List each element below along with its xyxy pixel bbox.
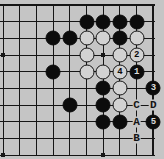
white-stone [96,31,111,46]
grid-line-vertical [3,4,4,156]
white-stone [79,48,94,63]
black-stone [129,14,144,29]
grid-line-horizontal [0,121,155,122]
star-point [1,153,5,157]
point-label-C: C [132,100,141,111]
grid-line-vertical [53,4,54,156]
white-stone [112,98,127,113]
star-point [101,53,105,57]
star-point [1,53,5,57]
black-stone [96,14,111,29]
white-stone [129,31,144,46]
grid-line-horizontal [0,138,155,139]
black-stone [46,64,61,79]
move-2-stone: 2 [129,48,144,63]
black-stone [62,31,77,46]
white-stone [112,81,127,96]
move-4-stone: 4 [112,64,127,79]
black-stone [79,14,94,29]
move-1-stone: 1 [129,64,144,79]
star-point [101,153,105,157]
grid-line-horizontal [0,88,155,89]
point-label-D: D [149,100,158,111]
black-stone [96,114,111,129]
move-3-stone: 3 [146,81,161,96]
grid-line-vertical [36,4,37,156]
point-label-B: B [132,133,141,144]
black-stone [96,98,111,113]
black-stone [96,81,111,96]
grid-line-horizontal [0,155,155,156]
white-stone [79,64,94,79]
white-stone [79,31,94,46]
board-top-edge-line [0,4,155,6]
go-board-diagram: 2413CDA5B [0,0,164,159]
black-stone [112,31,127,46]
black-stone [112,114,127,129]
white-stone [96,64,111,79]
grid-line-vertical [69,4,70,156]
black-stone [112,14,127,29]
move-5-stone: 5 [146,114,161,129]
white-stone [112,48,127,63]
black-stone [46,31,61,46]
black-stone [62,98,77,113]
point-label-A: A [132,116,141,127]
grid-line-vertical [19,4,20,156]
